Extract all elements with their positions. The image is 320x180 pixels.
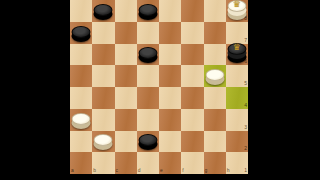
square-a6[interactable] [70, 44, 92, 66]
file-label: f [182, 168, 183, 173]
file-label: a [71, 168, 74, 173]
piece-disc-top [72, 26, 91, 38]
square-h8[interactable]: 8♛ [226, 0, 248, 22]
square-d8[interactable] [137, 0, 159, 22]
square-c3[interactable] [115, 109, 137, 131]
square-e1[interactable]: e [159, 152, 181, 174]
letterbox-right [248, 0, 320, 180]
square-g4[interactable] [204, 87, 226, 109]
square-c8[interactable] [115, 0, 137, 22]
square-f5[interactable] [181, 65, 203, 87]
square-g3[interactable] [204, 109, 226, 131]
black-man-piece[interactable] [72, 26, 91, 42]
video-frame: 8♛76♛5432abcdefg1h [0, 0, 320, 180]
square-c6[interactable] [115, 44, 137, 66]
square-d6[interactable] [137, 44, 159, 66]
square-g2[interactable] [204, 131, 226, 153]
piece-disc-top [138, 134, 157, 146]
square-g5[interactable] [204, 65, 226, 87]
file-label: c [116, 168, 119, 173]
square-a3[interactable] [70, 109, 92, 131]
board: 8♛76♛5432abcdefg1h [70, 0, 248, 174]
square-a1[interactable]: a [70, 152, 92, 174]
square-d1[interactable]: d [137, 152, 159, 174]
file-label: e [160, 168, 163, 173]
square-d4[interactable] [137, 87, 159, 109]
white-king-piece[interactable]: ♛ [227, 0, 246, 20]
letterbox-bottom [0, 174, 320, 180]
black-man-piece[interactable] [138, 4, 157, 20]
square-b4[interactable] [92, 87, 114, 109]
black-man-piece[interactable] [138, 134, 157, 150]
square-d5[interactable] [137, 65, 159, 87]
square-e5[interactable] [159, 65, 181, 87]
piece-disc-top [138, 4, 157, 16]
rank-label: 7 [244, 38, 247, 43]
square-e2[interactable] [159, 131, 181, 153]
square-e7[interactable] [159, 22, 181, 44]
square-c7[interactable] [115, 22, 137, 44]
square-h6[interactable]: 6♛ [226, 44, 248, 66]
square-h5[interactable]: 5 [226, 65, 248, 87]
piece-disc-top [227, 0, 246, 12]
square-b8[interactable] [92, 0, 114, 22]
rank-label: 5 [244, 81, 247, 86]
white-man-piece[interactable] [94, 134, 113, 150]
square-b1[interactable]: b [92, 152, 114, 174]
square-f6[interactable] [181, 44, 203, 66]
square-a7[interactable] [70, 22, 92, 44]
square-a8[interactable] [70, 0, 92, 22]
square-c1[interactable]: c [115, 152, 137, 174]
rank-label: 1 [244, 168, 247, 173]
square-b3[interactable] [92, 109, 114, 131]
square-h1[interactable]: 1h [226, 152, 248, 174]
square-f3[interactable] [181, 109, 203, 131]
square-a4[interactable] [70, 87, 92, 109]
square-c4[interactable] [115, 87, 137, 109]
square-g1[interactable]: g [204, 152, 226, 174]
square-h7[interactable]: 7 [226, 22, 248, 44]
square-f7[interactable] [181, 22, 203, 44]
letterbox-left [0, 0, 70, 180]
square-e4[interactable] [159, 87, 181, 109]
black-man-piece[interactable] [138, 47, 157, 63]
square-b7[interactable] [92, 22, 114, 44]
square-h3[interactable]: 3 [226, 109, 248, 131]
square-d2[interactable] [137, 131, 159, 153]
square-e3[interactable] [159, 109, 181, 131]
white-man-piece[interactable] [205, 69, 224, 85]
square-b2[interactable] [92, 131, 114, 153]
square-f4[interactable] [181, 87, 203, 109]
file-label: h [227, 168, 230, 173]
square-g8[interactable] [204, 0, 226, 22]
square-c2[interactable] [115, 131, 137, 153]
rank-label: 2 [244, 146, 247, 151]
square-h4[interactable]: 4 [226, 87, 248, 109]
square-f8[interactable] [181, 0, 203, 22]
piece-disc-top [94, 4, 113, 16]
square-a2[interactable] [70, 131, 92, 153]
square-d3[interactable] [137, 109, 159, 131]
square-e8[interactable] [159, 0, 181, 22]
square-b6[interactable] [92, 44, 114, 66]
file-label: g [205, 168, 208, 173]
piece-disc-top [138, 47, 157, 59]
rank-label: 4 [244, 103, 247, 108]
piece-disc-top [94, 134, 113, 146]
black-man-piece[interactable] [94, 4, 113, 20]
square-f2[interactable] [181, 131, 203, 153]
square-e6[interactable] [159, 44, 181, 66]
square-b5[interactable] [92, 65, 114, 87]
piece-disc-top [72, 113, 91, 125]
rank-label: 3 [244, 125, 247, 130]
file-label: b [93, 168, 96, 173]
piece-disc-top [227, 43, 246, 55]
white-man-piece[interactable] [72, 113, 91, 129]
square-c5[interactable] [115, 65, 137, 87]
black-king-piece[interactable]: ♛ [227, 43, 246, 63]
square-a5[interactable] [70, 65, 92, 87]
square-d7[interactable] [137, 22, 159, 44]
piece-disc-top [205, 69, 224, 81]
file-label: d [138, 168, 141, 173]
square-h2[interactable]: 2 [226, 131, 248, 153]
square-f1[interactable]: f [181, 152, 203, 174]
square-g6[interactable] [204, 44, 226, 66]
square-g7[interactable] [204, 22, 226, 44]
